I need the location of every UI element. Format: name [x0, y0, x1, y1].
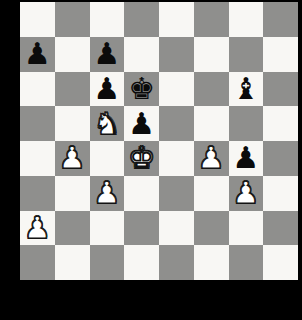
square-g2[interactable] — [229, 211, 264, 246]
square-e5[interactable] — [159, 106, 194, 141]
white-pawn-a2: ♟ — [20, 211, 55, 246]
square-d3[interactable] — [124, 176, 159, 211]
white-pawn-g3: ♟ — [229, 176, 264, 211]
square-a2[interactable]: ♟ — [20, 211, 55, 246]
square-h3[interactable] — [263, 176, 298, 211]
black-pawn-c6: ♟ — [90, 72, 125, 107]
square-e8[interactable] — [159, 2, 194, 37]
white-pawn-c3: ♟ — [90, 176, 125, 211]
square-e3[interactable] — [159, 176, 194, 211]
black-pawn-g4: ♟ — [229, 141, 264, 176]
chess-board: ♟♟♟♚♝♞♟♟♚♟♟♟♟♟ — [20, 2, 298, 280]
square-f7[interactable] — [194, 37, 229, 72]
square-f3[interactable] — [194, 176, 229, 211]
square-h7[interactable] — [263, 37, 298, 72]
square-d6[interactable]: ♚ — [124, 72, 159, 107]
square-e6[interactable] — [159, 72, 194, 107]
square-f5[interactable] — [194, 106, 229, 141]
black-king-d6: ♚ — [124, 72, 159, 107]
square-e2[interactable] — [159, 211, 194, 246]
square-f2[interactable] — [194, 211, 229, 246]
square-c3[interactable]: ♟ — [90, 176, 125, 211]
square-a1[interactable] — [20, 245, 55, 280]
square-g3[interactable]: ♟ — [229, 176, 264, 211]
white-king-d4: ♚ — [124, 141, 159, 176]
square-e7[interactable] — [159, 37, 194, 72]
square-a6[interactable] — [20, 72, 55, 107]
square-d1[interactable] — [124, 245, 159, 280]
square-c6[interactable]: ♟ — [90, 72, 125, 107]
square-b4[interactable]: ♟ — [55, 141, 90, 176]
square-c1[interactable] — [90, 245, 125, 280]
white-pawn-b4: ♟ — [55, 141, 90, 176]
square-d8[interactable] — [124, 2, 159, 37]
black-pawn-c7: ♟ — [90, 37, 125, 72]
square-g8[interactable] — [229, 2, 264, 37]
square-h6[interactable] — [263, 72, 298, 107]
square-d7[interactable] — [124, 37, 159, 72]
square-g4[interactable]: ♟ — [229, 141, 264, 176]
square-g1[interactable] — [229, 245, 264, 280]
white-knight-c5: ♞ — [90, 106, 125, 141]
square-a8[interactable] — [20, 2, 55, 37]
square-e1[interactable] — [159, 245, 194, 280]
square-d4[interactable]: ♚ — [124, 141, 159, 176]
square-h8[interactable] — [263, 2, 298, 37]
square-c5[interactable]: ♞ — [90, 106, 125, 141]
chess-diagram: ♟♟♟♚♝♞♟♟♚♟♟♟♟♟ — [0, 0, 302, 320]
square-f4[interactable]: ♟ — [194, 141, 229, 176]
square-g6[interactable]: ♝ — [229, 72, 264, 107]
white-pawn-f4: ♟ — [194, 141, 229, 176]
square-c8[interactable] — [90, 2, 125, 37]
square-a3[interactable] — [20, 176, 55, 211]
square-b5[interactable] — [55, 106, 90, 141]
square-g7[interactable] — [229, 37, 264, 72]
square-h4[interactable] — [263, 141, 298, 176]
square-c7[interactable]: ♟ — [90, 37, 125, 72]
square-h2[interactable] — [263, 211, 298, 246]
square-h5[interactable] — [263, 106, 298, 141]
square-a4[interactable] — [20, 141, 55, 176]
square-b2[interactable] — [55, 211, 90, 246]
square-a7[interactable]: ♟ — [20, 37, 55, 72]
square-b6[interactable] — [55, 72, 90, 107]
square-b3[interactable] — [55, 176, 90, 211]
square-e4[interactable] — [159, 141, 194, 176]
square-c4[interactable] — [90, 141, 125, 176]
black-pawn-d5: ♟ — [124, 106, 159, 141]
black-bishop-g6: ♝ — [229, 72, 264, 107]
square-d2[interactable] — [124, 211, 159, 246]
square-f1[interactable] — [194, 245, 229, 280]
square-b1[interactable] — [55, 245, 90, 280]
black-pawn-a7: ♟ — [20, 37, 55, 72]
square-d5[interactable]: ♟ — [124, 106, 159, 141]
square-b7[interactable] — [55, 37, 90, 72]
square-h1[interactable] — [263, 245, 298, 280]
square-g5[interactable] — [229, 106, 264, 141]
square-f6[interactable] — [194, 72, 229, 107]
square-b8[interactable] — [55, 2, 90, 37]
square-c2[interactable] — [90, 211, 125, 246]
square-f8[interactable] — [194, 2, 229, 37]
square-a5[interactable] — [20, 106, 55, 141]
